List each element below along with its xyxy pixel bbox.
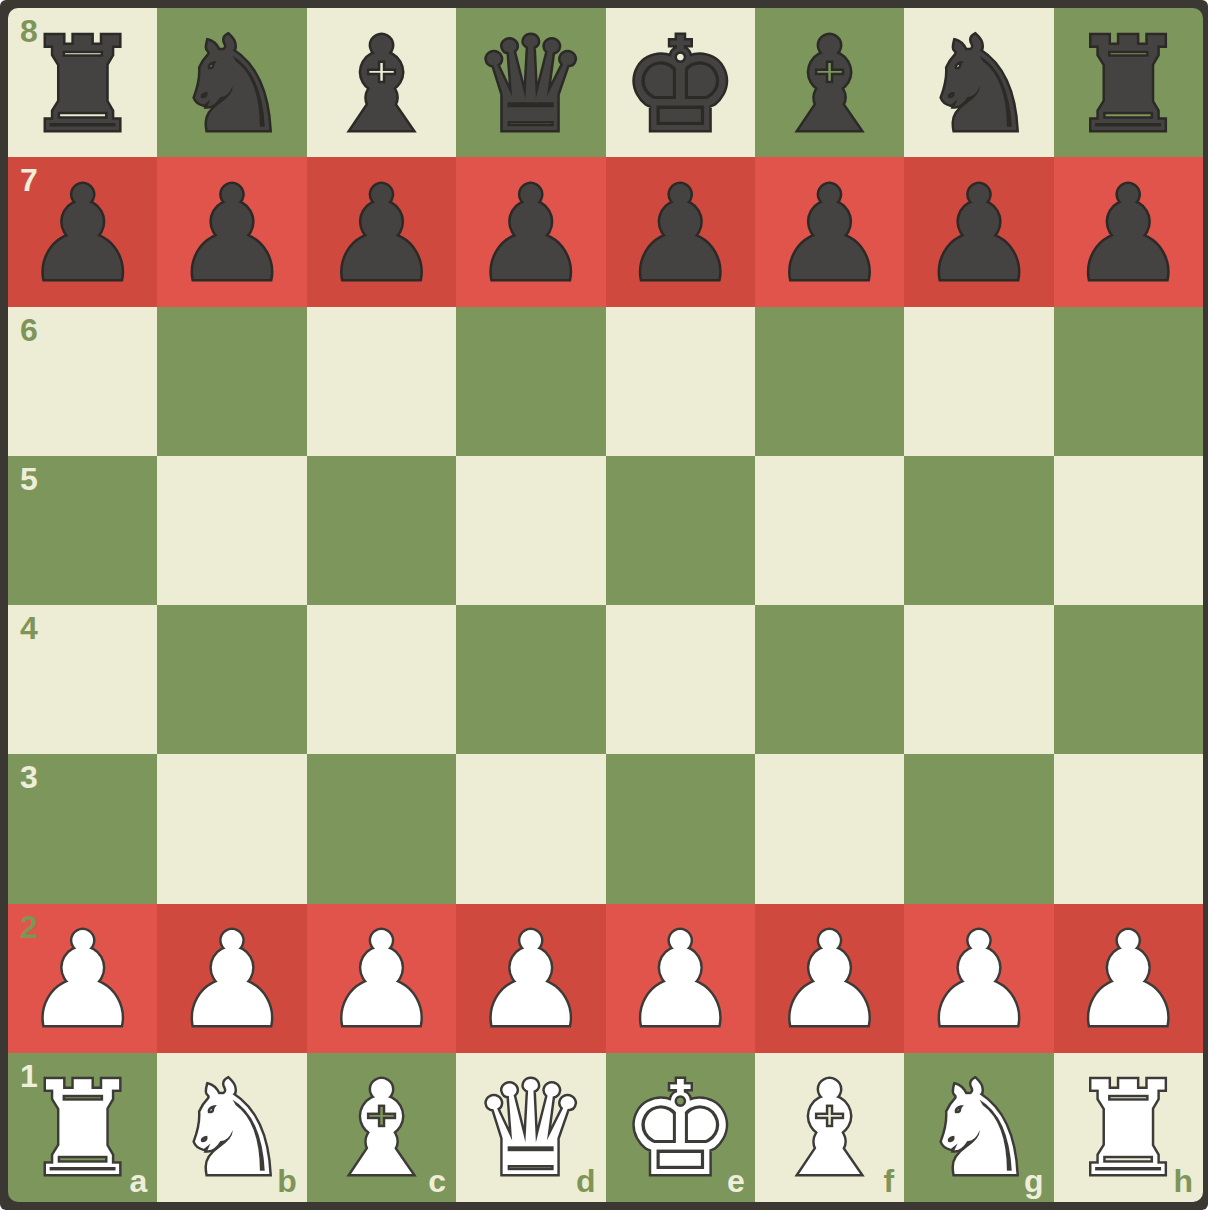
- square-e3[interactable]: [606, 754, 755, 903]
- square-g2[interactable]: ♟: [904, 904, 1053, 1053]
- square-a6[interactable]: 6: [8, 307, 157, 456]
- rank-label-4: 4: [20, 610, 38, 647]
- square-e7[interactable]: ♟: [606, 157, 755, 306]
- piece-black-king[interactable]: ♚: [622, 20, 739, 150]
- chess-board[interactable]: 8♜♞♝♛♚♝♞♜7♟♟♟♟♟♟♟♟65432♟♟♟♟♟♟♟♟1♜a♞b♝c♛d…: [8, 8, 1203, 1202]
- square-b8[interactable]: ♞: [157, 8, 306, 157]
- square-e4[interactable]: [606, 605, 755, 754]
- square-c5[interactable]: [307, 456, 456, 605]
- piece-white-king[interactable]: ♚: [622, 1064, 739, 1194]
- square-d2[interactable]: ♟: [456, 904, 605, 1053]
- square-a5[interactable]: 5: [8, 456, 157, 605]
- rank-label-6: 6: [20, 312, 38, 349]
- square-f5[interactable]: [755, 456, 904, 605]
- square-e1[interactable]: ♚e: [606, 1053, 755, 1202]
- piece-white-queen[interactable]: ♛: [473, 1064, 590, 1194]
- piece-black-pawn[interactable]: ♟: [24, 169, 141, 299]
- square-f8[interactable]: ♝: [755, 8, 904, 157]
- square-h3[interactable]: [1054, 754, 1203, 903]
- piece-black-pawn[interactable]: ♟: [1070, 169, 1187, 299]
- piece-white-rook[interactable]: ♜: [24, 1064, 141, 1194]
- file-label-c: c: [428, 1163, 446, 1200]
- piece-black-pawn[interactable]: ♟: [174, 169, 291, 299]
- piece-black-pawn[interactable]: ♟: [771, 169, 888, 299]
- rank-label-3: 3: [20, 759, 38, 796]
- square-d5[interactable]: [456, 456, 605, 605]
- piece-white-pawn[interactable]: ♟: [174, 915, 291, 1045]
- rank-label-5: 5: [20, 461, 38, 498]
- square-g1[interactable]: ♞g: [904, 1053, 1053, 1202]
- square-d6[interactable]: [456, 307, 605, 456]
- square-h5[interactable]: [1054, 456, 1203, 605]
- square-b1[interactable]: ♞b: [157, 1053, 306, 1202]
- piece-black-pawn[interactable]: ♟: [473, 169, 590, 299]
- board-frame: 8♜♞♝♛♚♝♞♜7♟♟♟♟♟♟♟♟65432♟♟♟♟♟♟♟♟1♜a♞b♝c♛d…: [0, 0, 1208, 1210]
- square-f2[interactable]: ♟: [755, 904, 904, 1053]
- square-b4[interactable]: [157, 605, 306, 754]
- rank-label-8: 8: [20, 13, 38, 50]
- square-g4[interactable]: [904, 605, 1053, 754]
- square-c1[interactable]: ♝c: [307, 1053, 456, 1202]
- square-c4[interactable]: [307, 605, 456, 754]
- piece-white-pawn[interactable]: ♟: [323, 915, 440, 1045]
- piece-black-pawn[interactable]: ♟: [323, 169, 440, 299]
- square-a4[interactable]: 4: [8, 605, 157, 754]
- square-c2[interactable]: ♟: [307, 904, 456, 1053]
- piece-black-bishop[interactable]: ♝: [771, 20, 888, 150]
- file-label-g: g: [1024, 1163, 1044, 1200]
- piece-black-rook[interactable]: ♜: [24, 20, 141, 150]
- square-c8[interactable]: ♝: [307, 8, 456, 157]
- square-b2[interactable]: ♟: [157, 904, 306, 1053]
- piece-white-pawn[interactable]: ♟: [473, 915, 590, 1045]
- square-a3[interactable]: 3: [8, 754, 157, 903]
- square-h1[interactable]: ♜h: [1054, 1053, 1203, 1202]
- file-label-h: h: [1173, 1163, 1193, 1200]
- square-c6[interactable]: [307, 307, 456, 456]
- square-h2[interactable]: ♟: [1054, 904, 1203, 1053]
- square-f4[interactable]: [755, 605, 904, 754]
- square-h7[interactable]: ♟: [1054, 157, 1203, 306]
- piece-black-knight[interactable]: ♞: [174, 20, 291, 150]
- square-a2[interactable]: 2♟: [8, 904, 157, 1053]
- piece-white-bishop[interactable]: ♝: [771, 1064, 888, 1194]
- square-f6[interactable]: [755, 307, 904, 456]
- square-d8[interactable]: ♛: [456, 8, 605, 157]
- piece-white-pawn[interactable]: ♟: [1070, 915, 1187, 1045]
- piece-white-rook[interactable]: ♜: [1070, 1064, 1187, 1194]
- square-a8[interactable]: 8♜: [8, 8, 157, 157]
- square-f3[interactable]: [755, 754, 904, 903]
- piece-white-bishop[interactable]: ♝: [323, 1064, 440, 1194]
- square-e5[interactable]: [606, 456, 755, 605]
- square-g6[interactable]: [904, 307, 1053, 456]
- rank-label-1: 1: [20, 1058, 38, 1095]
- square-d3[interactable]: [456, 754, 605, 903]
- piece-black-queen[interactable]: ♛: [473, 20, 590, 150]
- square-b7[interactable]: ♟: [157, 157, 306, 306]
- square-b3[interactable]: [157, 754, 306, 903]
- square-e6[interactable]: [606, 307, 755, 456]
- square-a1[interactable]: 1♜a: [8, 1053, 157, 1202]
- square-b5[interactable]: [157, 456, 306, 605]
- piece-white-knight[interactable]: ♞: [174, 1064, 291, 1194]
- square-f1[interactable]: ♝f: [755, 1053, 904, 1202]
- square-e8[interactable]: ♚: [606, 8, 755, 157]
- rank-label-7: 7: [20, 162, 38, 199]
- square-c3[interactable]: [307, 754, 456, 903]
- square-e2[interactable]: ♟: [606, 904, 755, 1053]
- square-d4[interactable]: [456, 605, 605, 754]
- square-h6[interactable]: [1054, 307, 1203, 456]
- rank-label-2: 2: [20, 909, 38, 946]
- piece-white-pawn[interactable]: ♟: [771, 915, 888, 1045]
- file-label-a: a: [130, 1163, 148, 1200]
- square-g5[interactable]: [904, 456, 1053, 605]
- piece-black-rook[interactable]: ♜: [1070, 20, 1187, 150]
- square-f7[interactable]: ♟: [755, 157, 904, 306]
- square-h4[interactable]: [1054, 605, 1203, 754]
- piece-black-pawn[interactable]: ♟: [622, 169, 739, 299]
- piece-black-knight[interactable]: ♞: [921, 20, 1038, 150]
- square-b6[interactable]: [157, 307, 306, 456]
- square-g8[interactable]: ♞: [904, 8, 1053, 157]
- piece-white-pawn[interactable]: ♟: [921, 915, 1038, 1045]
- square-g3[interactable]: [904, 754, 1053, 903]
- piece-white-pawn[interactable]: ♟: [622, 915, 739, 1045]
- file-label-f: f: [884, 1163, 895, 1200]
- square-g7[interactable]: ♟: [904, 157, 1053, 306]
- square-a7[interactable]: 7♟: [8, 157, 157, 306]
- piece-white-knight[interactable]: ♞: [921, 1064, 1038, 1194]
- piece-black-bishop[interactable]: ♝: [323, 20, 440, 150]
- square-c7[interactable]: ♟: [307, 157, 456, 306]
- piece-white-pawn[interactable]: ♟: [24, 915, 141, 1045]
- file-label-e: e: [727, 1163, 745, 1200]
- file-label-b: b: [277, 1163, 297, 1200]
- square-d7[interactable]: ♟: [456, 157, 605, 306]
- square-h8[interactable]: ♜: [1054, 8, 1203, 157]
- square-d1[interactable]: ♛d: [456, 1053, 605, 1202]
- piece-black-pawn[interactable]: ♟: [921, 169, 1038, 299]
- file-label-d: d: [576, 1163, 596, 1200]
